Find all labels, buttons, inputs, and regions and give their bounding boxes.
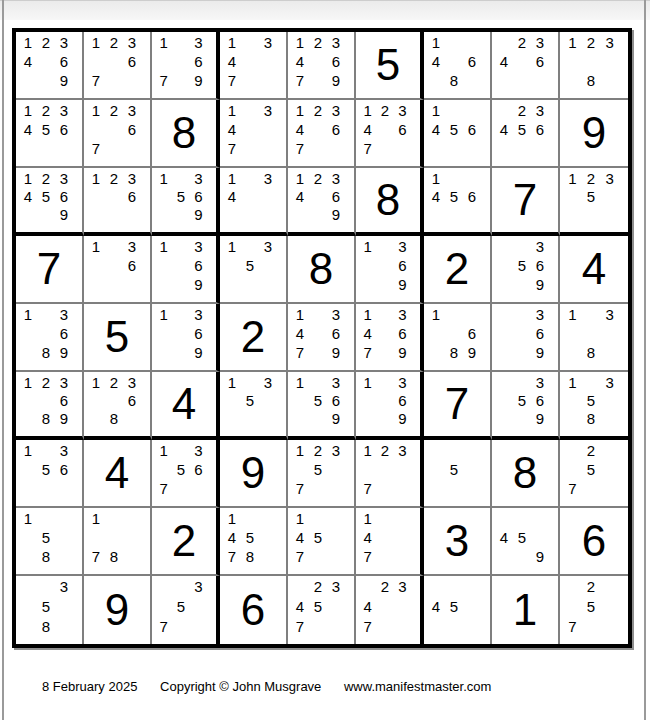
candidate-1: 1: [223, 237, 241, 256]
cell-r8c2[interactable]: 178: [84, 508, 152, 576]
cell-r5c2[interactable]: 5: [84, 304, 152, 372]
candidate-7: 7: [87, 71, 105, 90]
empty-mark: [563, 324, 582, 343]
empty-mark: [241, 206, 259, 224]
candidate-1: 1: [223, 33, 241, 52]
candidate-9: 9: [531, 410, 549, 428]
cell-r7c4[interactable]: 9: [220, 440, 288, 508]
cell-r3c7[interactable]: 1456: [424, 168, 492, 236]
candidate-6: 6: [327, 52, 345, 71]
candidate-4: 4: [223, 187, 241, 205]
empty-mark: [37, 52, 55, 71]
pencil-marks: 3569: [492, 372, 558, 436]
cell-r5c7[interactable]: 1689: [424, 304, 492, 372]
empty-mark: [291, 410, 309, 428]
cell-r8c4[interactable]: 14578: [220, 508, 288, 576]
pencil-marks: 134679: [356, 304, 420, 370]
candidate-9: 9: [327, 71, 345, 90]
cell-r4c1[interactable]: 7: [16, 236, 84, 304]
empty-mark: [55, 528, 73, 547]
empty-mark: [105, 52, 123, 71]
empty-mark: [445, 479, 463, 498]
empty-mark: [600, 52, 619, 71]
candidate-4: 4: [359, 120, 376, 139]
candidate-9: 9: [190, 206, 207, 224]
empty-mark: [495, 275, 513, 294]
candidate-7: 7: [155, 479, 172, 498]
candidate-3: 3: [327, 373, 345, 391]
cell-r7c2[interactable]: 4: [84, 440, 152, 508]
cell-r1c5[interactable]: 1234679: [288, 32, 356, 100]
empty-mark: [55, 139, 73, 158]
candidate-3: 3: [531, 373, 549, 391]
candidate-5: 5: [172, 597, 189, 617]
cell-r6c4[interactable]: 135: [220, 372, 288, 440]
cell-r3c4[interactable]: 134: [220, 168, 288, 236]
pencil-marks: 12367: [84, 32, 150, 98]
empty-mark: [513, 71, 531, 90]
cell-r9c5[interactable]: 23457: [288, 576, 356, 644]
candidate-1: 1: [291, 509, 309, 528]
candidate-6: 6: [55, 120, 73, 139]
candidate-6: 6: [327, 120, 345, 139]
cell-r5c6[interactable]: 134679: [356, 304, 424, 372]
candidate-5: 5: [445, 187, 463, 205]
cell-r6c5[interactable]: 13569: [288, 372, 356, 440]
candidate-3: 3: [55, 33, 73, 52]
pencil-marks: 1237: [356, 440, 420, 506]
candidate-4: 4: [359, 528, 376, 547]
page-left-edge: [2, 0, 4, 720]
solved-digit: 2: [152, 508, 216, 574]
cell-r4c3[interactable]: 1369: [152, 236, 220, 304]
empty-mark: [376, 410, 393, 428]
empty-mark: [463, 597, 481, 617]
cell-r2c5[interactable]: 123467: [288, 100, 356, 168]
candidate-3: 3: [394, 305, 411, 324]
candidate-3: 3: [190, 33, 207, 52]
candidate-4: 4: [495, 52, 513, 71]
cell-r6c1[interactable]: 123689: [16, 372, 84, 440]
candidate-1: 1: [359, 373, 376, 391]
empty-mark: [241, 71, 259, 90]
candidate-5: 5: [309, 460, 327, 479]
empty-mark: [309, 479, 327, 498]
empty-mark: [87, 410, 105, 428]
cell-r1c1[interactable]: 123469: [16, 32, 84, 100]
empty-mark: [427, 139, 445, 158]
cell-r9c2[interactable]: 9: [84, 576, 152, 644]
empty-mark: [513, 410, 531, 428]
cell-r2c6[interactable]: 123467: [356, 100, 424, 168]
solved-digit: 6: [220, 576, 286, 644]
empty-mark: [37, 305, 55, 324]
candidate-7: 7: [87, 139, 105, 158]
candidate-1: 1: [19, 509, 37, 528]
empty-mark: [563, 343, 582, 362]
empty-mark: [513, 509, 531, 528]
cell-r7c3[interactable]: 13567: [152, 440, 220, 508]
candidate-7: 7: [291, 547, 309, 566]
candidate-1: 1: [359, 305, 376, 324]
empty-mark: [376, 256, 393, 275]
cell-r2c7[interactable]: 1456: [424, 100, 492, 168]
cell-r1c6[interactable]: 5: [356, 32, 424, 100]
empty-mark: [241, 120, 259, 139]
solved-digit: 9: [84, 576, 150, 644]
solved-digit: 7: [492, 168, 558, 232]
candidate-1: 1: [359, 237, 376, 256]
empty-mark: [445, 169, 463, 187]
candidate-1: 1: [87, 237, 105, 256]
cell-r3c3[interactable]: 13569: [152, 168, 220, 236]
empty-mark: [327, 597, 345, 617]
candidate-6: 6: [531, 256, 549, 275]
candidate-4: 4: [427, 52, 445, 71]
candidate-5: 5: [445, 460, 463, 479]
cell-r4c2[interactable]: 136: [84, 236, 152, 304]
empty-mark: [241, 373, 259, 391]
candidate-8: 8: [445, 71, 463, 90]
candidate-2: 2: [309, 101, 327, 120]
empty-mark: [495, 373, 513, 391]
cell-r9c9[interactable]: 257: [560, 576, 628, 644]
empty-mark: [190, 479, 207, 498]
cell-r9c8[interactable]: 1: [492, 576, 560, 644]
empty-mark: [445, 206, 463, 224]
empty-mark: [394, 597, 411, 617]
empty-mark: [445, 577, 463, 597]
candidate-6: 6: [123, 391, 141, 409]
empty-mark: [376, 460, 393, 479]
sudoku-board: 1234691236713679134712346795146823461238…: [12, 28, 632, 648]
empty-mark: [241, 33, 259, 52]
empty-mark: [241, 410, 259, 428]
empty-mark: [105, 391, 123, 409]
cell-r8c8[interactable]: 459: [492, 508, 560, 576]
cell-r4c4[interactable]: 135: [220, 236, 288, 304]
cell-r5c1[interactable]: 13689: [16, 304, 84, 372]
candidate-3: 3: [327, 305, 345, 324]
pencil-marks: 1369: [356, 236, 420, 302]
candidate-8: 8: [105, 547, 123, 566]
solved-digit: 8: [152, 100, 216, 166]
empty-mark: [291, 391, 309, 409]
candidate-8: 8: [241, 547, 259, 566]
candidate-1: 1: [359, 509, 376, 528]
pencil-marks: 158: [16, 508, 82, 574]
empty-mark: [223, 256, 241, 275]
empty-mark: [309, 206, 327, 224]
cell-r3c5[interactable]: 123469: [288, 168, 356, 236]
empty-mark: [495, 101, 513, 120]
empty-mark: [513, 324, 531, 343]
empty-mark: [600, 460, 619, 479]
candidate-7: 7: [291, 343, 309, 362]
empty-mark: [376, 373, 393, 391]
candidate-3: 3: [600, 373, 619, 391]
empty-mark: [172, 324, 189, 343]
footer: 8 February 2025 Copyright © John Musgrav…: [42, 679, 491, 694]
empty-mark: [309, 52, 327, 71]
candidate-3: 3: [190, 441, 207, 460]
empty-mark: [123, 547, 141, 566]
cell-r7c9[interactable]: 257: [560, 440, 628, 508]
empty-mark: [394, 479, 411, 498]
empty-mark: [19, 479, 37, 498]
solved-digit: 3: [424, 508, 490, 574]
cell-r6c8[interactable]: 3569: [492, 372, 560, 440]
cell-r8c7[interactable]: 3: [424, 508, 492, 576]
cell-r8c5[interactable]: 1457: [288, 508, 356, 576]
pencil-marks: 147: [356, 508, 420, 574]
candidate-6: 6: [55, 460, 73, 479]
cell-r8c3[interactable]: 2: [152, 508, 220, 576]
cell-r4c9[interactable]: 4: [560, 236, 628, 304]
cell-r9c7[interactable]: 45: [424, 576, 492, 644]
footer-website: www.manifestmaster.com: [344, 679, 491, 694]
empty-mark: [87, 52, 105, 71]
cell-r8c6[interactable]: 147: [356, 508, 424, 576]
cell-r6c2[interactable]: 12368: [84, 372, 152, 440]
pencil-marks: 23457: [288, 576, 354, 644]
solved-digit: 4: [152, 372, 216, 436]
empty-mark: [155, 577, 172, 597]
cell-r3c2[interactable]: 1236: [84, 168, 152, 236]
empty-mark: [259, 71, 277, 90]
candidate-1: 1: [291, 33, 309, 52]
candidate-6: 6: [394, 324, 411, 343]
candidate-2: 2: [105, 101, 123, 120]
cell-r3c8[interactable]: 7: [492, 168, 560, 236]
candidate-3: 3: [259, 373, 277, 391]
candidate-9: 9: [463, 343, 481, 362]
candidate-3: 3: [190, 577, 207, 597]
solved-digit: 7: [16, 236, 82, 302]
cell-r3c6[interactable]: 8: [356, 168, 424, 236]
pencil-marks: 1347: [220, 32, 286, 98]
empty-mark: [172, 256, 189, 275]
cell-r5c4[interactable]: 2: [220, 304, 288, 372]
cell-r4c6[interactable]: 1369: [356, 236, 424, 304]
candidate-3: 3: [190, 169, 207, 187]
empty-mark: [123, 139, 141, 158]
candidate-3: 3: [531, 101, 549, 120]
pencil-marks: 1457: [288, 508, 354, 574]
candidate-4: 4: [291, 324, 309, 343]
empty-mark: [19, 206, 37, 224]
candidate-1: 1: [427, 33, 445, 52]
candidate-1: 1: [19, 101, 37, 120]
cell-r2c4[interactable]: 1347: [220, 100, 288, 168]
empty-mark: [376, 237, 393, 256]
candidate-1: 1: [87, 169, 105, 187]
pencil-marks: 12368: [84, 372, 150, 436]
candidate-2: 2: [309, 441, 327, 460]
empty-mark: [600, 597, 619, 617]
cell-r2c1[interactable]: 123456: [16, 100, 84, 168]
empty-mark: [531, 71, 549, 90]
empty-mark: [495, 305, 513, 324]
cell-r9c6[interactable]: 2347: [356, 576, 424, 644]
empty-mark: [259, 52, 277, 71]
cell-r1c9[interactable]: 1238: [560, 32, 628, 100]
candidate-5: 5: [37, 528, 55, 547]
candidate-2: 2: [309, 33, 327, 52]
empty-mark: [427, 441, 445, 460]
empty-mark: [463, 101, 481, 120]
pencil-marks: 136: [84, 236, 150, 302]
cell-r7c6[interactable]: 1237: [356, 440, 424, 508]
cell-r2c2[interactable]: 12367: [84, 100, 152, 168]
candidate-9: 9: [190, 343, 207, 362]
candidate-6: 6: [463, 120, 481, 139]
empty-mark: [376, 509, 393, 528]
empty-mark: [463, 71, 481, 90]
cell-r6c7[interactable]: 7: [424, 372, 492, 440]
cell-r7c1[interactable]: 1356: [16, 440, 84, 508]
empty-mark: [600, 441, 619, 460]
candidate-4: 4: [223, 52, 241, 71]
empty-mark: [495, 391, 513, 409]
solved-digit: 5: [356, 32, 420, 98]
cell-r5c8[interactable]: 369: [492, 304, 560, 372]
cell-r8c1[interactable]: 158: [16, 508, 84, 576]
candidate-3: 3: [55, 169, 73, 187]
empty-mark: [582, 324, 601, 343]
candidate-9: 9: [327, 206, 345, 224]
empty-mark: [155, 52, 172, 71]
cell-r4c5[interactable]: 8: [288, 236, 356, 304]
candidate-6: 6: [327, 187, 345, 205]
cell-r1c4[interactable]: 1347: [220, 32, 288, 100]
empty-mark: [376, 528, 393, 547]
candidate-5: 5: [37, 597, 55, 617]
candidate-5: 5: [513, 120, 531, 139]
pencil-marks: 1236: [84, 168, 150, 232]
candidate-6: 6: [531, 120, 549, 139]
empty-mark: [172, 275, 189, 294]
candidate-5: 5: [309, 528, 327, 547]
candidate-7: 7: [291, 71, 309, 90]
cell-r1c7[interactable]: 1468: [424, 32, 492, 100]
candidate-1: 1: [291, 101, 309, 120]
empty-mark: [495, 33, 513, 52]
empty-mark: [394, 528, 411, 547]
empty-mark: [19, 343, 37, 362]
empty-mark: [123, 71, 141, 90]
cell-r9c4[interactable]: 6: [220, 576, 288, 644]
cell-r7c8[interactable]: 8: [492, 440, 560, 508]
candidate-4: 4: [359, 324, 376, 343]
empty-mark: [105, 206, 123, 224]
empty-mark: [19, 391, 37, 409]
empty-mark: [427, 206, 445, 224]
empty-mark: [427, 343, 445, 362]
cell-r1c2[interactable]: 12367: [84, 32, 152, 100]
cell-r9c1[interactable]: 358: [16, 576, 84, 644]
empty-mark: [190, 616, 207, 636]
candidate-1: 1: [87, 101, 105, 120]
empty-mark: [19, 71, 37, 90]
empty-mark: [172, 71, 189, 90]
cell-r8c9[interactable]: 6: [560, 508, 628, 576]
cell-r4c7[interactable]: 2: [424, 236, 492, 304]
empty-mark: [309, 509, 327, 528]
empty-mark: [155, 206, 172, 224]
cell-r2c8[interactable]: 23456: [492, 100, 560, 168]
pencil-marks: 12357: [288, 440, 354, 506]
candidate-3: 3: [123, 33, 141, 52]
cell-r6c3[interactable]: 4: [152, 372, 220, 440]
cell-r6c9[interactable]: 1358: [560, 372, 628, 440]
cell-r9c3[interactable]: 357: [152, 576, 220, 644]
cell-r5c5[interactable]: 134679: [288, 304, 356, 372]
candidate-6: 6: [531, 52, 549, 71]
empty-mark: [19, 547, 37, 566]
cell-r1c3[interactable]: 13679: [152, 32, 220, 100]
empty-mark: [309, 187, 327, 205]
empty-mark: [123, 509, 141, 528]
empty-mark: [87, 120, 105, 139]
candidate-6: 6: [463, 52, 481, 71]
empty-mark: [563, 71, 582, 90]
candidate-3: 3: [190, 305, 207, 324]
candidate-7: 7: [359, 139, 376, 158]
empty-mark: [172, 169, 189, 187]
empty-mark: [513, 343, 531, 362]
candidate-3: 3: [55, 305, 73, 324]
empty-mark: [291, 460, 309, 479]
cell-r5c3[interactable]: 1369: [152, 304, 220, 372]
empty-mark: [427, 324, 445, 343]
empty-mark: [241, 52, 259, 71]
candidate-7: 7: [359, 547, 376, 566]
empty-mark: [513, 373, 531, 391]
empty-mark: [309, 547, 327, 566]
candidate-1: 1: [291, 441, 309, 460]
empty-mark: [241, 509, 259, 528]
cell-r7c5[interactable]: 12357: [288, 440, 356, 508]
empty-mark: [223, 391, 241, 409]
solved-digit: 2: [424, 236, 490, 302]
empty-mark: [309, 305, 327, 324]
candidate-6: 6: [123, 256, 141, 275]
candidate-3: 3: [531, 305, 549, 324]
empty-mark: [376, 547, 393, 566]
cell-r3c1[interactable]: 1234569: [16, 168, 84, 236]
candidate-8: 8: [37, 547, 55, 566]
empty-mark: [582, 52, 601, 71]
cell-r7c7[interactable]: 5: [424, 440, 492, 508]
candidate-1: 1: [563, 169, 582, 187]
pencil-marks: 1468: [424, 32, 490, 98]
empty-mark: [582, 616, 601, 636]
footer-copyright: Copyright © John Musgrave: [160, 679, 321, 694]
candidate-1: 1: [155, 441, 172, 460]
pencil-marks: 123689: [16, 372, 82, 436]
cell-r2c3[interactable]: 8: [152, 100, 220, 168]
cell-r2c9[interactable]: 9: [560, 100, 628, 168]
cell-r1c8[interactable]: 2346: [492, 32, 560, 100]
cell-r6c6[interactable]: 1369: [356, 372, 424, 440]
cell-r3c9[interactable]: 1235: [560, 168, 628, 236]
cell-r5c9[interactable]: 138: [560, 304, 628, 372]
cell-r4c8[interactable]: 3569: [492, 236, 560, 304]
candidate-2: 2: [582, 169, 601, 187]
solved-digit: 8: [492, 440, 558, 506]
candidate-3: 3: [394, 373, 411, 391]
